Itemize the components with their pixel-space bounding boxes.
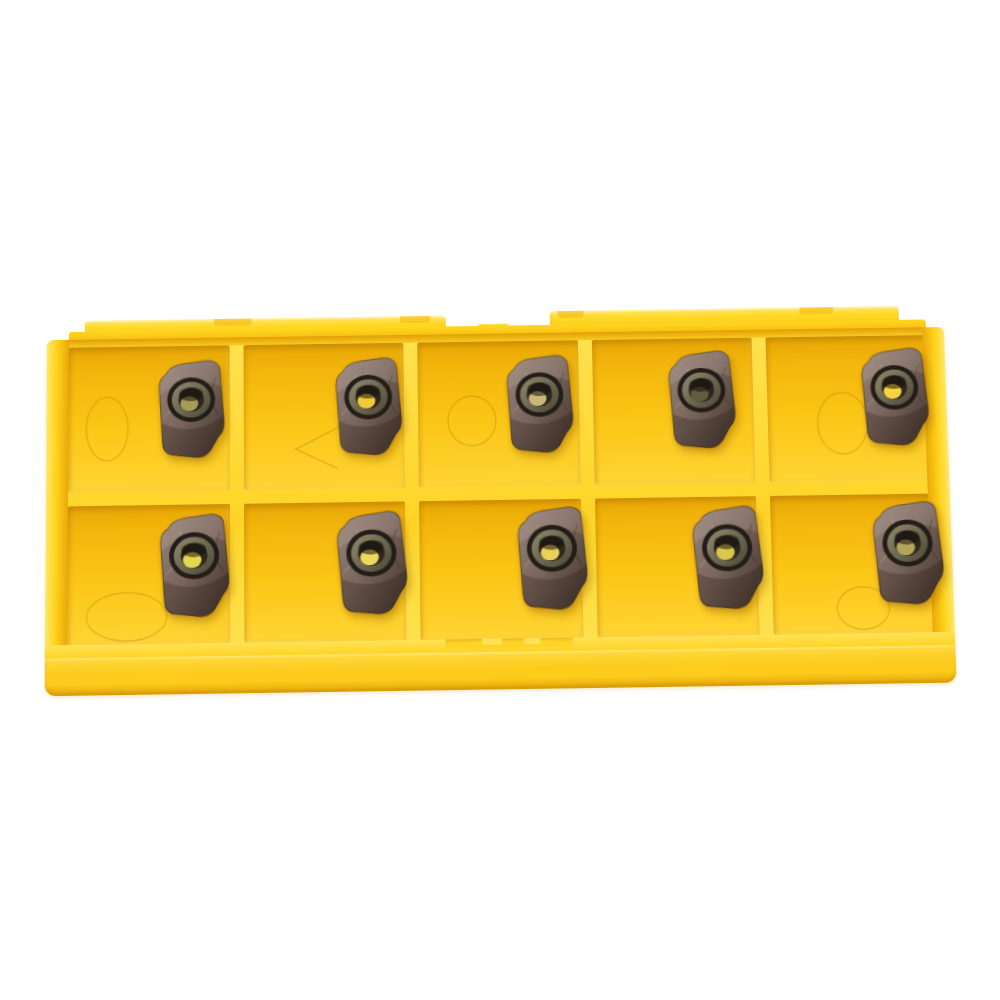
milling-insert-shape [154,357,228,463]
milling-insert-shape [330,354,406,460]
milling-insert-shape [512,503,593,615]
milling-insert-shape [663,348,741,454]
milling-insert-shape [331,507,413,620]
milling-insert-shape [501,352,577,458]
milling-insert-shape [866,498,949,611]
milling-insert-r1c2 [330,354,406,460]
milling-insert-r1c5 [855,345,934,451]
insert-tray [43,301,959,704]
milling-insert-r2c3 [512,503,593,615]
inserts-layer [43,301,959,704]
milling-insert-r2c5 [866,498,949,611]
milling-insert-r1c3 [501,352,577,458]
milling-insert-shape [155,511,234,623]
product-photo [0,0,1000,1000]
milling-insert-shape [686,502,769,615]
milling-insert-r1c4 [663,348,741,454]
milling-insert-r2c4 [686,502,769,615]
milling-insert-r2c2 [331,507,413,620]
milling-insert-r1c1 [154,357,228,463]
milling-insert-r2c1 [155,511,234,623]
milling-insert-shape [855,345,934,451]
